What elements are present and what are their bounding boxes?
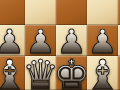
chess-board-crop: ♟ ♟ ♟ ♟ ♝ ♛ ♚ ♝ [0, 0, 120, 90]
square-e1[interactable]: ♚ [56, 56, 87, 90]
square-g1[interactable] [118, 56, 120, 90]
square-f1[interactable]: ♝ [87, 56, 118, 90]
chess-board: ♟ ♟ ♟ ♟ ♝ ♛ ♚ ♝ [0, 0, 120, 90]
piece-white-bishop-f1[interactable]: ♝ [84, 60, 120, 90]
square-g3[interactable] [118, 0, 120, 25]
square-d1[interactable]: ♛ [25, 56, 56, 90]
